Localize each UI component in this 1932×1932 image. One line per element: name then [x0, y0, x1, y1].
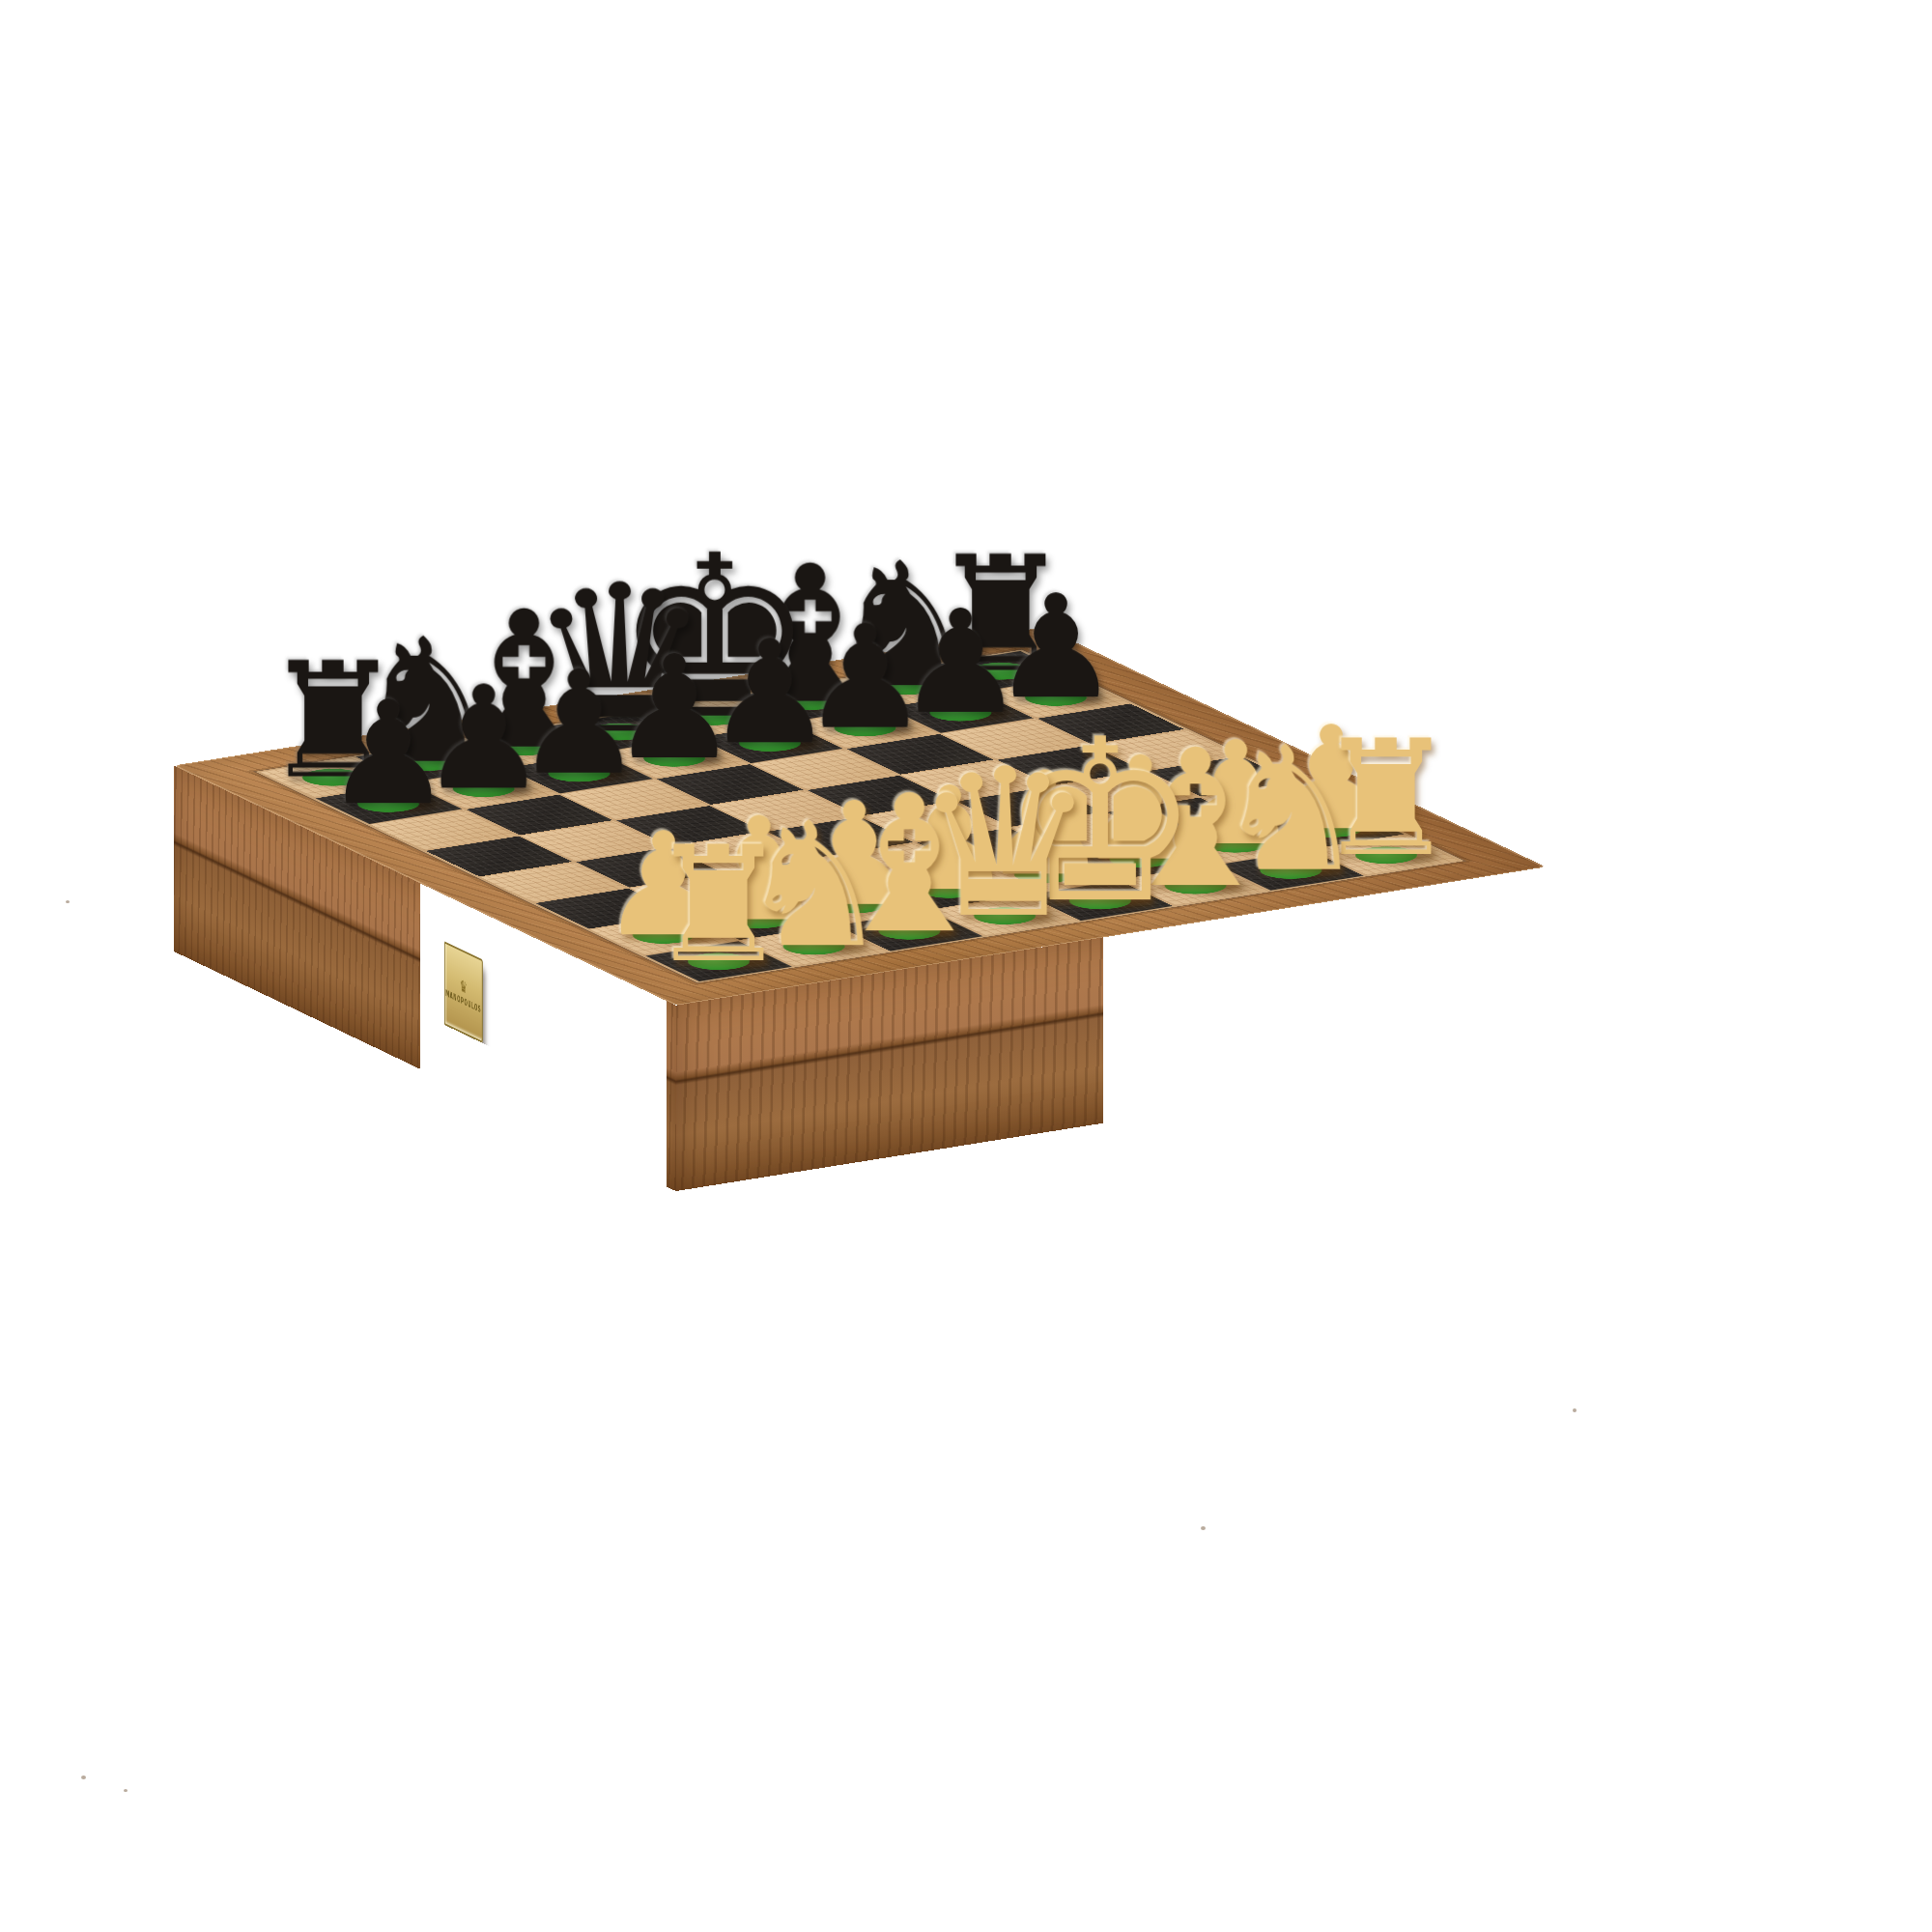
brass-plate: ♛ MANOPOULOS [442, 947, 484, 1037]
square-a7: ♟ [316, 783, 462, 824]
crown-logo-icon: ♛ [460, 977, 468, 996]
dust-speck [81, 1776, 86, 1779]
dust-speck [124, 1789, 128, 1792]
dust-speck [66, 900, 70, 903]
brass-plate-text: MANOPOULOS [445, 989, 481, 1014]
dust-speck [1201, 1526, 1206, 1530]
square-a1: ♜ [645, 941, 791, 981]
product-photo-stage: ♜♞♝♛♚♝♞♜♟♟♟♟♟♟♟♟♟♟♟♟♟♟♟♟♜♞♝♛♚♝♞♜ ♛ MANOP… [0, 0, 1932, 1932]
brass-latch: ♛ MANOPOULOS [444, 941, 483, 1043]
chess-case-scene: ♜♞♝♛♚♝♞♜♟♟♟♟♟♟♟♟♟♟♟♟♟♟♟♟♜♞♝♛♚♝♞♜ ♛ MANOP… [357, 314, 1362, 1319]
dust-speck [1573, 1408, 1577, 1412]
chess-case: ♜♞♝♛♚♝♞♜♟♟♟♟♟♟♟♟♟♟♟♟♟♟♟♟♜♞♝♛♚♝♞♜ ♛ MANOP… [174, 627, 1547, 1006]
white-rook-icon: ♜ [593, 826, 844, 985]
